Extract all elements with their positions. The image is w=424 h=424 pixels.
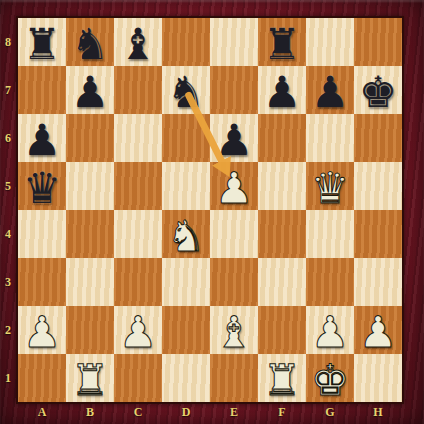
square-g8[interactable] xyxy=(306,18,354,66)
square-f2[interactable] xyxy=(258,306,306,354)
square-f8[interactable]: ♜ xyxy=(258,18,306,66)
piece-white-pawn-e5: ♟ xyxy=(215,165,254,211)
piece-black-pawn-f7: ♟ xyxy=(263,69,302,115)
square-g4[interactable] xyxy=(306,210,354,258)
square-b2[interactable] xyxy=(66,306,114,354)
rank-label-4: 4 xyxy=(0,210,16,258)
square-e7[interactable] xyxy=(210,66,258,114)
square-d2[interactable] xyxy=(162,306,210,354)
piece-black-rook-a8: ♜ xyxy=(23,21,62,67)
rank-label-5: 5 xyxy=(0,162,16,210)
square-d4[interactable]: ♞ xyxy=(162,210,210,258)
square-e5[interactable]: ♟ xyxy=(210,162,258,210)
square-c8[interactable]: ♝ xyxy=(114,18,162,66)
square-d3[interactable] xyxy=(162,258,210,306)
piece-black-pawn-e6: ♟ xyxy=(215,117,254,163)
piece-black-king-h7: ♚ xyxy=(359,69,398,115)
square-f1[interactable]: ♜ xyxy=(258,354,306,402)
square-a1[interactable] xyxy=(18,354,66,402)
square-a4[interactable] xyxy=(18,210,66,258)
board: ♜♞♝♜♟♞♟♟♚♟♟♛♟♛♞♟♟♝♟♟♜♜♚ xyxy=(16,16,404,404)
square-d1[interactable] xyxy=(162,354,210,402)
rank-labels: 87654321 xyxy=(0,18,16,402)
square-h1[interactable] xyxy=(354,354,402,402)
rank-label-6: 6 xyxy=(0,114,16,162)
square-f5[interactable] xyxy=(258,162,306,210)
piece-white-pawn-h2: ♟ xyxy=(359,309,398,355)
square-g7[interactable]: ♟ xyxy=(306,66,354,114)
square-b5[interactable] xyxy=(66,162,114,210)
square-a7[interactable] xyxy=(18,66,66,114)
square-g6[interactable] xyxy=(306,114,354,162)
rank-label-8: 8 xyxy=(0,18,16,66)
piece-black-rook-f8: ♜ xyxy=(263,21,302,67)
square-e1[interactable] xyxy=(210,354,258,402)
file-label-g: G xyxy=(306,403,354,421)
square-h3[interactable] xyxy=(354,258,402,306)
square-h5[interactable] xyxy=(354,162,402,210)
piece-white-king-g1: ♚ xyxy=(311,357,350,403)
square-c5[interactable] xyxy=(114,162,162,210)
square-h4[interactable] xyxy=(354,210,402,258)
square-e3[interactable] xyxy=(210,258,258,306)
square-b4[interactable] xyxy=(66,210,114,258)
square-c1[interactable] xyxy=(114,354,162,402)
square-d6[interactable] xyxy=(162,114,210,162)
square-h8[interactable] xyxy=(354,18,402,66)
square-c4[interactable] xyxy=(114,210,162,258)
square-f7[interactable]: ♟ xyxy=(258,66,306,114)
piece-white-pawn-a2: ♟ xyxy=(23,309,62,355)
square-b3[interactable] xyxy=(66,258,114,306)
square-c6[interactable] xyxy=(114,114,162,162)
piece-white-rook-b1: ♜ xyxy=(71,357,110,403)
square-g5[interactable]: ♛ xyxy=(306,162,354,210)
square-b7[interactable]: ♟ xyxy=(66,66,114,114)
square-e2[interactable]: ♝ xyxy=(210,306,258,354)
square-d8[interactable] xyxy=(162,18,210,66)
piece-black-queen-a5: ♛ xyxy=(23,165,62,211)
square-b1[interactable]: ♜ xyxy=(66,354,114,402)
piece-black-pawn-a6: ♟ xyxy=(23,117,62,163)
square-a2[interactable]: ♟ xyxy=(18,306,66,354)
square-c7[interactable] xyxy=(114,66,162,114)
piece-white-queen-g5: ♛ xyxy=(311,165,350,211)
file-label-h: H xyxy=(354,403,402,421)
square-d5[interactable] xyxy=(162,162,210,210)
square-a8[interactable]: ♜ xyxy=(18,18,66,66)
square-e8[interactable] xyxy=(210,18,258,66)
piece-white-bishop-e2: ♝ xyxy=(215,309,254,355)
piece-black-bishop-c8: ♝ xyxy=(119,21,158,67)
square-e6[interactable]: ♟ xyxy=(210,114,258,162)
file-label-d: D xyxy=(162,403,210,421)
piece-white-pawn-g2: ♟ xyxy=(311,309,350,355)
piece-white-rook-f1: ♜ xyxy=(263,357,302,403)
piece-black-pawn-b7: ♟ xyxy=(71,69,110,115)
rank-label-7: 7 xyxy=(0,66,16,114)
file-label-c: C xyxy=(114,403,162,421)
rank-label-3: 3 xyxy=(0,258,16,306)
square-e4[interactable] xyxy=(210,210,258,258)
file-labels: ABCDEFGH xyxy=(18,403,402,421)
rank-label-1: 1 xyxy=(0,354,16,402)
file-label-b: B xyxy=(66,403,114,421)
chess-board-frame: 87654321 ABCDEFGH ♜♞♝♜♟♞♟♟♚♟♟♛♟♛♞♟♟♝♟♟♜♜… xyxy=(0,0,424,424)
square-f4[interactable] xyxy=(258,210,306,258)
square-g2[interactable]: ♟ xyxy=(306,306,354,354)
piece-black-pawn-g7: ♟ xyxy=(311,69,350,115)
piece-white-pawn-c2: ♟ xyxy=(119,309,158,355)
square-c2[interactable]: ♟ xyxy=(114,306,162,354)
square-a5[interactable]: ♛ xyxy=(18,162,66,210)
rank-label-2: 2 xyxy=(0,306,16,354)
file-label-a: A xyxy=(18,403,66,421)
square-b8[interactable]: ♞ xyxy=(66,18,114,66)
square-d7[interactable]: ♞ xyxy=(162,66,210,114)
square-h6[interactable] xyxy=(354,114,402,162)
square-c3[interactable] xyxy=(114,258,162,306)
file-label-e: E xyxy=(210,403,258,421)
piece-black-knight-b8: ♞ xyxy=(71,21,110,67)
square-g1[interactable]: ♚ xyxy=(306,354,354,402)
square-a6[interactable]: ♟ xyxy=(18,114,66,162)
square-h2[interactable]: ♟ xyxy=(354,306,402,354)
square-h7[interactable]: ♚ xyxy=(354,66,402,114)
square-b6[interactable] xyxy=(66,114,114,162)
piece-white-knight-d4: ♞ xyxy=(167,213,206,259)
file-label-f: F xyxy=(258,403,306,421)
square-f6[interactable] xyxy=(258,114,306,162)
square-g3[interactable] xyxy=(306,258,354,306)
square-f3[interactable] xyxy=(258,258,306,306)
square-a3[interactable] xyxy=(18,258,66,306)
piece-black-knight-d7: ♞ xyxy=(167,69,206,115)
